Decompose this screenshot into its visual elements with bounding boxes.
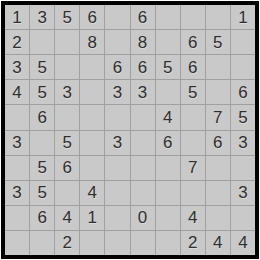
- grid-cell[interactable]: [156, 30, 180, 54]
- grid-cell[interactable]: 3: [231, 131, 255, 155]
- grid-cell[interactable]: [5, 206, 29, 230]
- grid-cell[interactable]: [5, 231, 29, 255]
- grid-cell[interactable]: 5: [156, 55, 180, 79]
- grid-cell[interactable]: 7: [206, 105, 230, 129]
- grid-cell[interactable]: [55, 30, 79, 54]
- grid-cell[interactable]: [131, 105, 155, 129]
- grid-cell[interactable]: 3: [131, 80, 155, 104]
- grid-cell[interactable]: [5, 105, 29, 129]
- grid-cell[interactable]: 4: [5, 80, 29, 104]
- grid-cell[interactable]: 4: [55, 206, 79, 230]
- grid-cell[interactable]: [131, 131, 155, 155]
- grid-cell[interactable]: [105, 105, 129, 129]
- grid-cell[interactable]: [80, 105, 104, 129]
- grid-cell[interactable]: [30, 30, 54, 54]
- grid-cell[interactable]: 3: [55, 80, 79, 104]
- grid-cell[interactable]: 4: [231, 231, 255, 255]
- grid-cell[interactable]: [5, 156, 29, 180]
- grid-cell[interactable]: 5: [55, 5, 79, 29]
- grid-cell[interactable]: [55, 105, 79, 129]
- grid-cell[interactable]: [105, 5, 129, 29]
- grid-cell[interactable]: [156, 181, 180, 205]
- grid-cell[interactable]: [156, 80, 180, 104]
- grid-cell[interactable]: [206, 156, 230, 180]
- grid-cell[interactable]: 1: [231, 5, 255, 29]
- grid-cell[interactable]: [80, 156, 104, 180]
- grid-cell[interactable]: 6: [231, 80, 255, 104]
- grid-cell[interactable]: 6: [80, 5, 104, 29]
- grid-cell[interactable]: 3: [30, 5, 54, 29]
- grid-cell[interactable]: 5: [231, 105, 255, 129]
- grid-cell[interactable]: 6: [181, 55, 205, 79]
- grid-cell[interactable]: 2: [181, 231, 205, 255]
- grid-cell[interactable]: 3: [231, 181, 255, 205]
- grid-cell[interactable]: 2: [55, 231, 79, 255]
- grid-cell[interactable]: 1: [5, 5, 29, 29]
- grid-cell[interactable]: [105, 206, 129, 230]
- grid-cell[interactable]: 4: [206, 231, 230, 255]
- grid-cell[interactable]: 6: [55, 156, 79, 180]
- grid-cell[interactable]: 5: [30, 55, 54, 79]
- grid-cell[interactable]: [181, 105, 205, 129]
- grid-cell[interactable]: [80, 131, 104, 155]
- grid-cell[interactable]: 5: [30, 80, 54, 104]
- grid-cell[interactable]: [181, 5, 205, 29]
- grid-cell[interactable]: 6: [206, 131, 230, 155]
- grid-cell[interactable]: [105, 156, 129, 180]
- grid-cell[interactable]: [55, 181, 79, 205]
- grid-cell[interactable]: 3: [5, 131, 29, 155]
- grid-cell[interactable]: [206, 181, 230, 205]
- grid-cell[interactable]: 3: [105, 80, 129, 104]
- grid-cell[interactable]: 3: [105, 131, 129, 155]
- grid-cell[interactable]: 7: [181, 156, 205, 180]
- grid-cell[interactable]: [206, 55, 230, 79]
- grid-cell[interactable]: [80, 55, 104, 79]
- grid-cell[interactable]: 6: [30, 105, 54, 129]
- grid-cell[interactable]: 1: [80, 206, 104, 230]
- grid-cell[interactable]: [181, 181, 205, 205]
- grid-cell[interactable]: [231, 30, 255, 54]
- grid-cell[interactable]: [156, 231, 180, 255]
- grid-cell[interactable]: 5: [30, 156, 54, 180]
- grid-cell[interactable]: [156, 156, 180, 180]
- grid-cell[interactable]: [30, 231, 54, 255]
- grid-cell[interactable]: 4: [80, 181, 104, 205]
- grid-cell[interactable]: [131, 181, 155, 205]
- grid-cell[interactable]: 8: [80, 30, 104, 54]
- grid-cell[interactable]: [105, 30, 129, 54]
- grid-cell[interactable]: [206, 80, 230, 104]
- grid-cell[interactable]: [206, 5, 230, 29]
- grid-cell[interactable]: [80, 80, 104, 104]
- grid-cell[interactable]: 5: [55, 131, 79, 155]
- grid-cell[interactable]: [80, 231, 104, 255]
- grid-cell[interactable]: [105, 231, 129, 255]
- grid-cell[interactable]: 4: [181, 206, 205, 230]
- grid-cell[interactable]: [55, 55, 79, 79]
- grid-cell[interactable]: 6: [30, 206, 54, 230]
- grid-cell[interactable]: 6: [131, 5, 155, 29]
- grid-cell[interactable]: [181, 131, 205, 155]
- grid-cell[interactable]: 3: [5, 55, 29, 79]
- grid-cell[interactable]: [206, 206, 230, 230]
- grid-cell[interactable]: [231, 55, 255, 79]
- grid-cell[interactable]: [30, 131, 54, 155]
- grid-cell[interactable]: 6: [156, 131, 180, 155]
- grid-cell[interactable]: 6: [181, 30, 205, 54]
- grid-cell[interactable]: 5: [181, 80, 205, 104]
- grid-cell[interactable]: [156, 206, 180, 230]
- grid-cell[interactable]: [131, 156, 155, 180]
- grid-cell[interactable]: 8: [131, 30, 155, 54]
- grid-cell[interactable]: [231, 156, 255, 180]
- grid-cell[interactable]: [105, 181, 129, 205]
- grid-cell[interactable]: 5: [30, 181, 54, 205]
- grid-cell[interactable]: 2: [5, 30, 29, 54]
- grid-cell[interactable]: [156, 5, 180, 29]
- grid-cell[interactable]: 5: [206, 30, 230, 54]
- grid-cell[interactable]: 6: [131, 55, 155, 79]
- grid-cell[interactable]: [231, 206, 255, 230]
- grid-cell[interactable]: 0: [131, 206, 155, 230]
- grid-cell[interactable]: [131, 231, 155, 255]
- puzzle-board: 1356612886535665645333566475353663567354…: [1, 1, 259, 259]
- grid-cell[interactable]: 3: [5, 181, 29, 205]
- grid-cell[interactable]: 6: [105, 55, 129, 79]
- grid-cell[interactable]: 4: [156, 105, 180, 129]
